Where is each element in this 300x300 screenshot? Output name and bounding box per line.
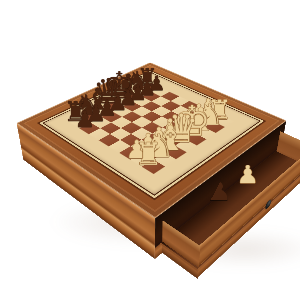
square-a1[interactable]: ♜ — [142, 159, 165, 174]
chess-board: ♜♟♟♜♞♟♟♞♝♟♟♝♚♟♟♚♛♟♟♛♝♟♟♝♞♟♟♞♜♟♟♜ — [70, 83, 233, 174]
chess-set-scene: ♜♟♟♜♞♟♟♞♝♟♟♝♚♟♟♚♛♟♟♛♝♟♟♝♞♟♟♞♜♟♟♜ ♟ ♟ — [71, 57, 230, 216]
piece-dark-pawn[interactable]: ♟ — [67, 108, 102, 131]
photo-background: ♜♟♟♜♞♟♟♞♝♟♟♝♚♟♟♚♛♟♟♛♝♟♟♝♞♟♟♞♜♟♟♜ ♟ ♟ — [0, 0, 300, 300]
piece-light-rook[interactable]: ♜ — [129, 139, 168, 170]
chess-box: ♜♟♟♜♞♟♟♞♝♟♟♝♚♟♟♚♛♟♟♛♝♟♟♝♞♟♟♞♜♟♟♜ ♟ ♟ — [17, 63, 287, 219]
